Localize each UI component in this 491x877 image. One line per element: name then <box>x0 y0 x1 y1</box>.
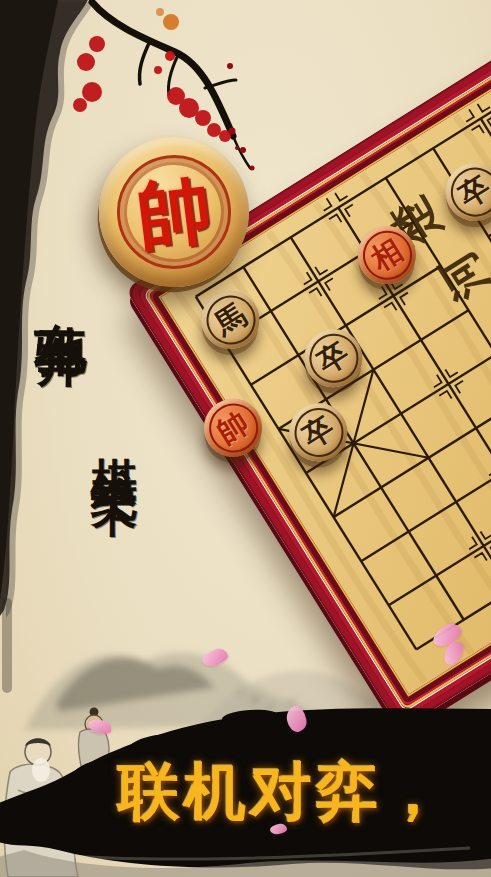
calligraphy-column-1: 车驰马奔 <box>26 280 96 300</box>
xiangqi-board: 楚河 馬相卒卒帥卒 <box>125 0 491 730</box>
big-piece-glyph: 帥 <box>133 171 215 253</box>
piece-carved-ring: 帥 <box>199 394 267 462</box>
piece-glyph: 相 <box>366 234 407 275</box>
piece-carved-ring: 卒 <box>285 399 353 467</box>
piece-glyph: 卒 <box>298 412 339 453</box>
calligraphy-column-2: 棋术绝天下 <box>84 420 146 470</box>
piece-glyph: 帥 <box>212 407 253 448</box>
small-sage-figure <box>78 708 109 771</box>
piece-red-general: 帥 <box>193 388 273 468</box>
petal <box>285 704 309 733</box>
piece-glyph: 卒 <box>313 337 354 378</box>
petal <box>200 646 229 668</box>
piece-red-elephant: 相 <box>347 215 427 295</box>
splash-screen: 楚河 馬相卒卒帥卒 帥 车驰马奔 棋术绝天下 联机对弈， <box>0 0 491 877</box>
piece-glyph: 馬 <box>210 299 251 340</box>
piece-carved-ring: 卒 <box>441 158 491 226</box>
piece-carved-ring: 帥 <box>110 148 237 275</box>
piece-black-soldier: 卒 <box>435 152 491 232</box>
piece-carved-ring: 卒 <box>300 324 368 392</box>
piece-carved-ring: 馬 <box>197 286 265 354</box>
piece-black-soldier: 卒 <box>293 318 373 398</box>
blossom-cluster <box>73 36 231 142</box>
ink-blot <box>163 14 179 30</box>
piece-black-soldier: 卒 <box>278 392 358 472</box>
online-play-banner-text[interactable]: 联机对弈， <box>118 750 448 834</box>
piece-carved-ring: 相 <box>353 221 421 289</box>
pieces-layer: 馬相卒卒帥卒 <box>125 0 491 730</box>
piece-black-horse: 馬 <box>190 280 270 360</box>
piece-glyph: 卒 <box>454 171 491 212</box>
petal <box>87 717 114 736</box>
